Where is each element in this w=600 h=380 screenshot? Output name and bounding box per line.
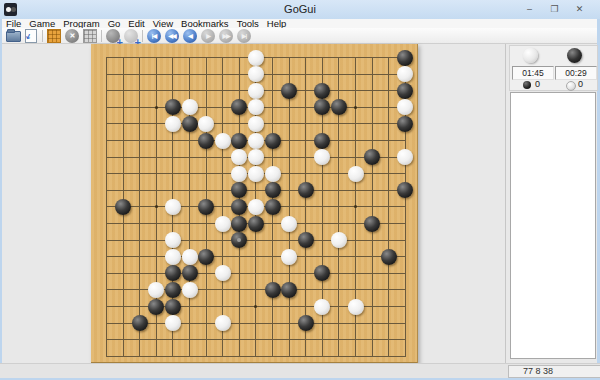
black-stone[interactable] [231,133,247,149]
minimize-button[interactable]: – [517,1,542,17]
go-board[interactable] [91,44,418,364]
black-stone[interactable] [397,116,413,132]
white-stone[interactable] [265,166,281,182]
white-stone[interactable] [198,116,214,132]
menu-item-edit[interactable]: Edit [124,19,148,28]
toolbar-separator [42,30,43,42]
play-single-button[interactable] [124,29,138,43]
black-stone[interactable] [165,99,181,115]
black-stone[interactable] [198,199,214,215]
white-stone[interactable] [248,149,264,165]
white-stone[interactable] [248,166,264,182]
white-stone[interactable] [182,282,198,298]
white-stone[interactable] [248,199,264,215]
black-stone[interactable] [364,149,380,165]
toolbar-separator [142,30,143,42]
black-stone[interactable] [314,265,330,281]
white-stone[interactable] [231,149,247,165]
menu-item-tools[interactable]: Tools [233,19,263,28]
black-stone[interactable] [265,199,281,215]
forward-button[interactable]: ▶ [201,29,215,43]
white-stone[interactable] [397,66,413,82]
menu-item-bookmarks[interactable]: Bookmarks [177,19,233,28]
last-move-marker [237,238,241,242]
forward-10-button[interactable]: ▶▶ [219,29,233,43]
menu-item-view[interactable]: View [149,19,177,28]
panel-splitter[interactable] [505,44,506,377]
backward-button[interactable]: ◀ [183,29,197,43]
gogui-window: GoGui – ❐ ✕ FileGameProgramGoEditViewBoo… [0,0,600,380]
maximize-button[interactable]: ❐ [542,1,567,17]
black-stone[interactable] [148,299,164,315]
white-stone[interactable] [331,232,347,248]
white-stone[interactable] [248,99,264,115]
status-bar: 77 8 38 [0,363,600,378]
black-stone[interactable] [231,99,247,115]
white-stone[interactable] [397,99,413,115]
menu-item-game[interactable]: Game [25,19,59,28]
beginning-button[interactable]: |◀ [147,29,161,43]
black-stone[interactable] [397,50,413,66]
black-captures-stone-icon [566,81,576,91]
black-stone[interactable] [381,249,397,265]
backward-10-button[interactable]: ◀◀ [165,29,179,43]
black-captures-count: 0 [578,80,583,89]
black-stone[interactable] [198,249,214,265]
open-icon [6,31,21,42]
white-stone[interactable] [165,249,181,265]
white-stone[interactable] [215,133,231,149]
play-single-icon [124,29,138,43]
new-game-button[interactable] [47,29,61,43]
menu-item-program[interactable]: Program [59,19,103,28]
beginning-icon: |◀ [147,29,161,43]
play-icon [106,29,120,43]
play-button[interactable] [106,29,120,43]
black-stone[interactable] [298,232,314,248]
black-stone[interactable] [132,315,148,331]
white-captures-stone-icon [523,81,531,89]
forward-10-icon: ▶▶ [219,29,233,43]
star-point [354,205,357,208]
white-stone[interactable] [314,299,330,315]
white-stone[interactable] [165,116,181,132]
backward-icon: ◀ [183,29,197,43]
black-stone[interactable] [281,83,297,99]
white-stone[interactable] [182,249,198,265]
window-title: GoGui [0,3,600,15]
white-stone[interactable] [248,66,264,82]
white-player-stone-icon [523,48,538,63]
pass-icon: ✕ [65,29,79,43]
pass-button[interactable]: ✕ [65,29,79,43]
white-stone[interactable] [348,166,364,182]
white-captures-count: 0 [535,80,540,89]
black-stone[interactable] [198,133,214,149]
white-stone[interactable] [248,83,264,99]
board-grid[interactable] [106,57,406,357]
black-stone[interactable] [165,282,181,298]
menu-item-go[interactable]: Go [104,19,125,28]
black-stone[interactable] [265,182,281,198]
black-clock: 00:29 [555,66,597,80]
star-point [155,106,158,109]
white-stone[interactable] [182,99,198,115]
black-stone[interactable] [364,216,380,232]
white-stone[interactable] [165,315,181,331]
menu-item-file[interactable]: File [2,19,25,28]
window-controls: – ❐ ✕ [517,1,592,17]
white-stone[interactable] [148,282,164,298]
end-button[interactable]: ▶| [237,29,251,43]
end-icon: ▶| [237,29,251,43]
board-setup-button[interactable] [83,29,97,43]
black-stone[interactable] [314,83,330,99]
black-player-stone-icon [567,48,582,63]
comment-box[interactable] [510,92,596,359]
black-stone[interactable] [165,299,181,315]
new-game-icon [47,29,61,43]
window-border-left [0,19,2,380]
white-stone[interactable] [165,232,181,248]
white-stone[interactable] [248,50,264,66]
black-stone[interactable] [314,99,330,115]
menu-item-help[interactable]: Help [263,19,291,28]
black-stone[interactable] [298,315,314,331]
white-stone[interactable] [248,116,264,132]
save-icon [25,29,37,43]
status-text: 77 8 38 [508,365,600,378]
star-point [254,305,257,308]
black-stone[interactable] [231,232,247,248]
menu-bar: FileGameProgramGoEditViewBookmarksToolsH… [2,19,597,28]
backward-10-icon: ◀◀ [165,29,179,43]
black-stone[interactable] [298,182,314,198]
white-stone[interactable] [281,249,297,265]
white-stone[interactable] [397,149,413,165]
white-stone[interactable] [215,216,231,232]
toolbar: ✕|◀◀◀◀▶▶▶▶| [2,28,597,44]
close-button[interactable]: ✕ [567,1,592,17]
white-stone[interactable] [165,199,181,215]
black-stone[interactable] [182,265,198,281]
black-stone[interactable] [182,116,198,132]
black-stone[interactable] [115,199,131,215]
star-point [155,205,158,208]
white-stone[interactable] [314,149,330,165]
forward-icon: ▶ [201,29,215,43]
black-stone[interactable] [397,182,413,198]
black-stone[interactable] [265,133,281,149]
title-bar[interactable]: GoGui – ❐ ✕ [0,0,600,19]
toolbar-separator [101,30,102,42]
open-button[interactable] [6,29,20,43]
black-stone[interactable] [231,182,247,198]
black-stone[interactable] [281,282,297,298]
white-stone[interactable] [281,216,297,232]
star-point [354,106,357,109]
white-stone[interactable] [231,166,247,182]
black-stone[interactable] [231,216,247,232]
black-stone[interactable] [331,99,347,115]
black-stone[interactable] [314,133,330,149]
black-stone[interactable] [248,216,264,232]
black-stone[interactable] [231,199,247,215]
black-stone[interactable] [265,282,281,298]
black-stone[interactable] [397,83,413,99]
white-stone[interactable] [248,133,264,149]
save-button[interactable] [24,29,38,43]
white-clock: 01:45 [512,66,554,80]
white-stone[interactable] [215,315,231,331]
white-stone[interactable] [348,299,364,315]
white-stone[interactable] [215,265,231,281]
board-setup-icon [83,29,97,43]
black-stone[interactable] [165,265,181,281]
